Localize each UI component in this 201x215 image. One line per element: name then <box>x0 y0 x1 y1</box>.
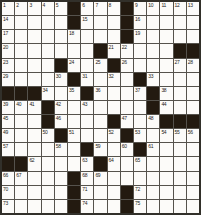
black-cell-r9c15 <box>187 115 199 128</box>
cell-r12c4[interactable] <box>42 157 54 170</box>
clue-number-3: 3 <box>28 2 31 8</box>
cell-r10c8[interactable] <box>94 129 106 142</box>
cell-r1c13[interactable]: 11 <box>160 2 172 15</box>
cell-r2c15[interactable] <box>187 16 199 29</box>
cell-r12c15[interactable] <box>187 157 199 170</box>
cell-r10c3[interactable] <box>28 129 40 142</box>
cell-r10c7[interactable] <box>81 129 93 142</box>
cell-r6c13[interactable] <box>160 73 172 86</box>
cell-r7c4[interactable]: 34 <box>42 87 54 100</box>
cell-r4c6[interactable] <box>68 44 80 57</box>
cell-r11c1[interactable]: 57 <box>2 143 14 156</box>
cell-r2c2[interactable] <box>15 16 27 29</box>
clue-number-70: 70 <box>2 186 8 192</box>
cell-r3c8[interactable] <box>94 30 106 43</box>
cell-r2c8[interactable] <box>94 16 106 29</box>
cell-r14c2[interactable] <box>15 186 27 199</box>
cell-r13c5[interactable] <box>55 172 67 185</box>
clue-number-65: 65 <box>134 157 140 163</box>
cell-r4c2[interactable] <box>15 44 27 57</box>
cell-r10c15[interactable]: 56 <box>187 129 199 142</box>
clue-number-28: 28 <box>187 59 193 65</box>
cell-r4c4[interactable] <box>42 44 54 57</box>
cell-r6c12[interactable]: 33 <box>147 73 159 86</box>
cell-r10c9[interactable]: 52 <box>108 129 120 142</box>
clue-number-46: 46 <box>55 115 61 121</box>
cell-r11c5[interactable]: 58 <box>55 143 67 156</box>
black-cell-r7c12 <box>147 87 159 100</box>
clue-number-22: 22 <box>121 44 127 50</box>
cell-r1c1[interactable]: 1 <box>2 2 14 15</box>
cell-r7c11[interactable]: 37 <box>134 87 146 100</box>
cell-r13c3[interactable] <box>28 172 40 185</box>
cell-r13c10[interactable] <box>121 172 133 185</box>
cell-r6c2[interactable] <box>15 73 27 86</box>
cell-r5c7[interactable] <box>81 59 93 72</box>
black-cell-r5c5 <box>55 59 67 72</box>
cell-r3c4[interactable] <box>42 30 54 43</box>
cell-r10c14[interactable]: 55 <box>174 129 186 142</box>
clue-number-9: 9 <box>134 2 137 8</box>
cell-r10c4[interactable]: 50 <box>42 129 54 142</box>
clue-number-17: 17 <box>2 30 8 36</box>
black-cell-r11c11 <box>134 143 146 156</box>
cell-r12c3[interactable]: 62 <box>28 157 40 170</box>
cell-r5c11[interactable] <box>134 59 146 72</box>
cell-r3c11[interactable]: 19 <box>134 30 146 43</box>
cell-r11c12[interactable]: 61 <box>147 143 159 156</box>
clue-number-23: 23 <box>2 59 8 65</box>
cell-r11c9[interactable] <box>108 143 120 156</box>
cell-r15c9[interactable] <box>108 200 120 213</box>
cell-r14c3[interactable] <box>28 186 40 199</box>
cell-r11c3[interactable] <box>28 143 40 156</box>
cell-r8c2[interactable]: 40 <box>15 101 27 114</box>
black-cell-r7c1 <box>2 87 14 100</box>
black-cell-r14c6 <box>68 186 80 199</box>
clue-number-73: 73 <box>2 200 8 206</box>
black-cell-r1c10 <box>121 2 133 15</box>
clue-number-25: 25 <box>94 59 100 65</box>
cell-r9c2[interactable] <box>15 115 27 128</box>
cell-r1c4[interactable]: 4 <box>42 2 54 15</box>
black-cell-r7c2 <box>15 87 27 100</box>
cell-r15c14[interactable] <box>174 200 186 213</box>
black-cell-r4c15 <box>187 44 199 57</box>
clue-number-35: 35 <box>68 87 74 93</box>
clue-number-71: 71 <box>81 186 87 192</box>
clue-number-68: 68 <box>81 172 87 178</box>
cell-r5c15[interactable]: 28 <box>187 59 199 72</box>
cell-r13c11[interactable] <box>134 172 146 185</box>
clue-number-13: 13 <box>187 2 193 8</box>
clue-number-37: 37 <box>134 87 140 93</box>
clue-number-55: 55 <box>174 129 180 135</box>
cell-r5c12[interactable] <box>147 59 159 72</box>
black-cell-r5c9 <box>108 59 120 72</box>
cell-r3c15[interactable] <box>187 30 199 43</box>
clue-number-2: 2 <box>15 2 18 8</box>
black-cell-r3c10 <box>121 30 133 43</box>
cell-r3c12[interactable] <box>147 30 159 43</box>
cell-r6c7[interactable]: 31 <box>81 73 93 86</box>
cell-r7c15[interactable] <box>187 87 199 100</box>
cell-r5c8[interactable]: 25 <box>94 59 106 72</box>
cell-r14c8[interactable] <box>94 186 106 199</box>
cell-r9c11[interactable] <box>134 115 146 128</box>
clue-number-34: 34 <box>42 87 48 93</box>
cell-r4c3[interactable] <box>28 44 40 57</box>
clue-number-40: 40 <box>15 101 21 107</box>
cell-r4c1[interactable]: 20 <box>2 44 14 57</box>
cell-r12c14[interactable] <box>174 157 186 170</box>
black-cell-r1c6 <box>68 2 80 15</box>
clue-number-8: 8 <box>108 2 111 8</box>
cell-r4c13[interactable] <box>160 44 172 57</box>
cell-r15c3[interactable] <box>28 200 40 213</box>
clue-number-36: 36 <box>94 87 100 93</box>
cell-r8c8[interactable] <box>94 101 106 114</box>
clue-number-64: 64 <box>108 157 114 163</box>
cell-r8c1[interactable]: 39 <box>2 101 14 114</box>
cell-r7c13[interactable]: 38 <box>160 87 172 100</box>
clue-number-39: 39 <box>2 101 8 107</box>
cell-r13c13[interactable] <box>160 172 172 185</box>
cell-r13c7[interactable]: 68 <box>81 172 93 185</box>
clue-number-19: 19 <box>134 30 140 36</box>
cell-r3c1[interactable]: 17 <box>2 30 14 43</box>
cell-r7c10[interactable] <box>121 87 133 100</box>
cell-r3c6[interactable]: 18 <box>68 30 80 43</box>
cell-r15c7[interactable]: 74 <box>81 200 93 213</box>
cell-r13c8[interactable]: 69 <box>94 172 106 185</box>
black-cell-r8c12 <box>147 101 159 114</box>
black-cell-r10c10 <box>121 129 133 142</box>
cell-r1c7[interactable]: 6 <box>81 2 93 15</box>
cell-r1c8[interactable]: 7 <box>94 2 106 15</box>
cell-r2c11[interactable]: 16 <box>134 16 146 29</box>
clue-number-11: 11 <box>160 2 166 8</box>
cell-r15c13[interactable] <box>160 200 172 213</box>
cell-r15c8[interactable] <box>94 200 106 213</box>
cell-r15c4[interactable] <box>42 200 54 213</box>
cell-r9c10[interactable]: 47 <box>121 115 133 128</box>
cell-r14c5[interactable] <box>55 186 67 199</box>
cell-r10c2[interactable] <box>15 129 27 142</box>
clue-number-44: 44 <box>160 101 166 107</box>
clue-number-54: 54 <box>160 129 166 135</box>
clue-number-10: 10 <box>147 2 153 8</box>
cell-r10c1[interactable]: 49 <box>2 129 14 142</box>
cell-r15c15[interactable] <box>187 200 199 213</box>
clue-number-27: 27 <box>174 59 180 65</box>
cell-r5c13[interactable] <box>160 59 172 72</box>
clue-number-43: 43 <box>81 101 87 107</box>
cell-r9c5[interactable]: 46 <box>55 115 67 128</box>
black-cell-r14c10 <box>121 186 133 199</box>
black-cell-r6c6 <box>68 73 80 86</box>
black-cell-r15c6 <box>68 200 80 213</box>
cell-r14c9[interactable] <box>108 186 120 199</box>
black-cell-r9c4 <box>42 115 54 128</box>
clue-number-24: 24 <box>68 59 74 65</box>
cell-r11c4[interactable] <box>42 143 54 156</box>
cell-r3c7[interactable] <box>81 30 93 43</box>
cell-r3c13[interactable] <box>160 30 172 43</box>
cell-r8c9[interactable] <box>108 101 120 114</box>
cell-r14c13[interactable] <box>160 186 172 199</box>
cell-r3c5[interactable] <box>55 30 67 43</box>
cell-r4c12[interactable] <box>147 44 159 57</box>
clue-number-67: 67 <box>15 172 21 178</box>
clue-number-16: 16 <box>134 16 140 22</box>
black-cell-r7c3 <box>28 87 40 100</box>
clue-number-58: 58 <box>55 143 61 149</box>
clue-number-32: 32 <box>108 73 114 79</box>
clue-number-21: 21 <box>108 44 114 50</box>
cell-r1c9[interactable]: 8 <box>108 2 120 15</box>
clue-number-57: 57 <box>2 143 8 149</box>
black-cell-r12c1 <box>2 157 14 170</box>
cell-r5c10[interactable]: 26 <box>121 59 133 72</box>
cell-r2c5[interactable] <box>55 16 67 29</box>
cell-r6c9[interactable]: 32 <box>108 73 120 86</box>
cell-r12c12[interactable] <box>147 157 159 170</box>
cell-r15c2[interactable] <box>15 200 27 213</box>
black-cell-r15c10 <box>121 200 133 213</box>
cell-r4c5[interactable] <box>55 44 67 57</box>
clue-number-41: 41 <box>28 101 34 107</box>
clue-number-29: 29 <box>2 73 8 79</box>
black-cell-r9c13 <box>160 115 172 128</box>
clue-number-50: 50 <box>42 129 48 135</box>
clue-number-63: 63 <box>81 157 87 163</box>
cell-r11c2[interactable] <box>15 143 27 156</box>
cell-r11c6[interactable] <box>68 143 80 156</box>
black-cell-r4c14 <box>174 44 186 57</box>
clue-number-59: 59 <box>94 143 100 149</box>
cell-r7c6[interactable]: 35 <box>68 87 80 100</box>
black-cell-r8c4 <box>42 101 54 114</box>
cell-r12c13[interactable] <box>160 157 172 170</box>
clue-number-5: 5 <box>55 2 58 8</box>
cell-r9c12[interactable]: 48 <box>147 115 159 128</box>
cell-r15c12[interactable] <box>147 200 159 213</box>
cell-r1c11[interactable]: 9 <box>134 2 146 15</box>
cell-r4c7[interactable] <box>81 44 93 57</box>
clue-number-4: 4 <box>42 2 45 8</box>
clue-number-20: 20 <box>2 44 8 50</box>
cell-r13c2[interactable]: 67 <box>15 172 27 185</box>
cell-r12c5[interactable] <box>55 157 67 170</box>
cell-r1c2[interactable]: 2 <box>15 2 27 15</box>
cell-r7c5[interactable] <box>55 87 67 100</box>
cell-r12c6[interactable] <box>68 157 80 170</box>
cell-r9c1[interactable]: 45 <box>2 115 14 128</box>
cell-r10c11[interactable]: 53 <box>134 129 146 142</box>
clue-number-6: 6 <box>81 2 84 8</box>
cell-r14c1[interactable]: 70 <box>2 186 14 199</box>
cell-r3c3[interactable] <box>28 30 40 43</box>
cell-r12c7[interactable]: 63 <box>81 157 93 170</box>
cell-r6c3[interactable] <box>28 73 40 86</box>
clue-number-33: 33 <box>147 73 153 79</box>
black-cell-r12c2 <box>15 157 27 170</box>
cell-r8c6[interactable] <box>68 101 80 114</box>
cell-r14c11[interactable]: 72 <box>134 186 146 199</box>
cell-r5c6[interactable]: 24 <box>68 59 80 72</box>
cell-r7c8[interactable]: 36 <box>94 87 106 100</box>
cell-r14c12[interactable] <box>147 186 159 199</box>
cell-r5c4[interactable] <box>42 59 54 72</box>
crossword-board: 1234567891011121314151617181920212223242… <box>0 0 201 215</box>
cell-r1c3[interactable]: 3 <box>28 2 40 15</box>
clue-number-47: 47 <box>121 115 127 121</box>
cell-r2c1[interactable]: 14 <box>2 16 14 29</box>
cell-r6c14[interactable] <box>174 73 186 86</box>
clue-number-75: 75 <box>134 200 140 206</box>
cell-r2c13[interactable] <box>160 16 172 29</box>
cell-r9c6[interactable] <box>68 115 80 128</box>
cell-r3c9[interactable] <box>108 30 120 43</box>
cell-r15c1[interactable]: 73 <box>2 200 14 213</box>
cell-r13c14[interactable] <box>174 172 186 185</box>
clue-number-12: 12 <box>174 2 180 8</box>
cell-r1c5[interactable]: 5 <box>55 2 67 15</box>
clue-number-30: 30 <box>55 73 61 79</box>
clue-number-74: 74 <box>81 200 87 206</box>
cell-r2c14[interactable] <box>174 16 186 29</box>
cell-r8c11[interactable] <box>134 101 146 114</box>
clue-number-26: 26 <box>121 59 127 65</box>
cell-r4c9[interactable]: 21 <box>108 44 120 57</box>
black-cell-r2c6 <box>68 16 80 29</box>
cell-r4c10[interactable]: 22 <box>121 44 133 57</box>
black-cell-r13c6 <box>68 172 80 185</box>
cell-r6c4[interactable] <box>42 73 54 86</box>
clue-number-14: 14 <box>2 16 8 22</box>
cell-r5c3[interactable] <box>28 59 40 72</box>
cell-r13c4[interactable] <box>42 172 54 185</box>
cell-r12c9[interactable]: 64 <box>108 157 120 170</box>
black-cell-r7c7 <box>81 87 93 100</box>
cell-r13c9[interactable] <box>108 172 120 185</box>
cell-r6c10[interactable] <box>121 73 133 86</box>
clue-number-62: 62 <box>28 157 34 163</box>
cell-r10c13[interactable]: 54 <box>160 129 172 142</box>
cell-r7c9[interactable] <box>108 87 120 100</box>
cell-r1c15[interactable]: 13 <box>187 2 199 15</box>
black-cell-r2c10 <box>121 16 133 29</box>
cell-r2c12[interactable] <box>147 16 159 29</box>
black-cell-r6c11 <box>134 73 146 86</box>
clue-number-56: 56 <box>187 129 193 135</box>
cell-r5c14[interactable]: 27 <box>174 59 186 72</box>
clue-number-66: 66 <box>2 172 8 178</box>
cell-r6c5[interactable]: 30 <box>55 73 67 86</box>
cell-r1c14[interactable]: 12 <box>174 2 186 15</box>
cell-r14c4[interactable] <box>42 186 54 199</box>
clue-number-53: 53 <box>134 129 140 135</box>
clue-number-1: 1 <box>2 2 5 8</box>
cell-r9c8[interactable] <box>94 115 106 128</box>
cell-r13c1[interactable]: 66 <box>2 172 14 185</box>
cell-r5c2[interactable] <box>15 59 27 72</box>
cell-r2c3[interactable] <box>28 16 40 29</box>
cell-r2c4[interactable] <box>42 16 54 29</box>
cell-r3c14[interactable] <box>174 30 186 43</box>
cell-r14c15[interactable] <box>187 186 199 199</box>
clue-number-69: 69 <box>94 172 100 178</box>
cell-r8c3[interactable]: 41 <box>28 101 40 114</box>
cell-r14c14[interactable] <box>174 186 186 199</box>
cell-r15c11[interactable]: 75 <box>134 200 146 213</box>
clue-number-7: 7 <box>94 2 97 8</box>
black-cell-r9c14 <box>174 115 186 128</box>
black-cell-r4c8 <box>94 44 106 57</box>
cell-r8c10[interactable] <box>121 101 133 114</box>
clue-number-38: 38 <box>160 87 166 93</box>
clue-number-52: 52 <box>108 129 114 135</box>
cell-r12c11[interactable]: 65 <box>134 157 146 170</box>
clue-number-61: 61 <box>147 143 153 149</box>
clue-number-51: 51 <box>68 129 74 135</box>
black-cell-r10c5 <box>55 129 67 142</box>
cell-r6c15[interactable] <box>187 73 199 86</box>
cell-r9c3[interactable] <box>28 115 40 128</box>
cell-r13c15[interactable] <box>187 172 199 185</box>
clue-number-60: 60 <box>121 143 127 149</box>
clue-number-42: 42 <box>55 101 61 107</box>
clue-number-49: 49 <box>2 129 8 135</box>
black-cell-r12c8 <box>94 157 106 170</box>
cell-r3c2[interactable] <box>15 30 27 43</box>
cell-r11c13[interactable] <box>160 143 172 156</box>
clue-number-15: 15 <box>81 16 87 22</box>
cell-r15c5[interactable] <box>55 200 67 213</box>
clue-number-45: 45 <box>2 115 8 121</box>
cell-r13c12[interactable] <box>147 172 159 185</box>
cell-r8c14[interactable] <box>174 101 186 114</box>
cell-r6c8[interactable] <box>94 73 106 86</box>
clue-number-72: 72 <box>134 186 140 192</box>
cell-r11c14[interactable] <box>174 143 186 156</box>
cell-r6c1[interactable]: 29 <box>2 73 14 86</box>
clue-number-18: 18 <box>68 30 74 36</box>
cell-r8c13[interactable]: 44 <box>160 101 172 114</box>
cell-r14c7[interactable]: 71 <box>81 186 93 199</box>
cell-r11c15[interactable] <box>187 143 199 156</box>
cell-r11c8[interactable]: 59 <box>94 143 106 156</box>
cell-r12c10[interactable] <box>121 157 133 170</box>
cell-r2c9[interactable] <box>108 16 120 29</box>
cell-r11c10[interactable]: 60 <box>121 143 133 156</box>
black-cell-r11c7 <box>81 143 93 156</box>
cell-r5c1[interactable]: 23 <box>2 59 14 72</box>
cell-r10c6[interactable]: 51 <box>68 129 80 142</box>
cell-r9c7[interactable] <box>81 115 93 128</box>
cell-r8c15[interactable] <box>187 101 199 114</box>
cell-r1c12[interactable]: 10 <box>147 2 159 15</box>
cell-r8c5[interactable]: 42 <box>55 101 67 114</box>
cell-r10c12[interactable] <box>147 129 159 142</box>
cell-r2c7[interactable]: 15 <box>81 16 93 29</box>
cell-r8c7[interactable]: 43 <box>81 101 93 114</box>
clue-number-48: 48 <box>147 115 153 121</box>
cell-r7c14[interactable] <box>174 87 186 100</box>
clue-number-31: 31 <box>81 73 87 79</box>
cell-r4c11[interactable] <box>134 44 146 57</box>
